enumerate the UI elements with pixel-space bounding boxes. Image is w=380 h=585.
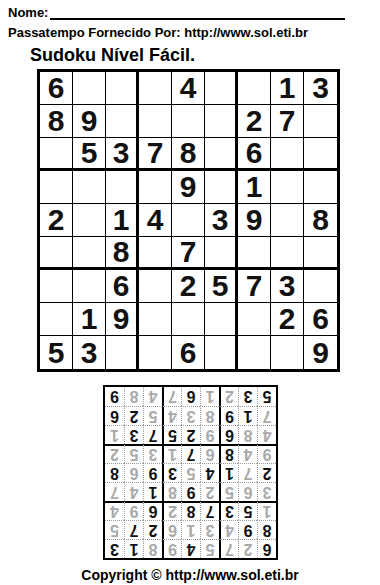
cell-r6c1 (40, 237, 73, 270)
solution-cell-r4c1: 3 (257, 482, 276, 501)
cell-r7c6: 5 (205, 270, 238, 303)
cell-r3c8 (271, 138, 304, 171)
solution-cell-r1c9: 3 (105, 539, 124, 558)
cell-r7c1 (40, 270, 73, 303)
solution-cell-r9c3: 2 (219, 387, 238, 406)
solution-cell-r4c7: 1 (143, 482, 162, 501)
solution-cell-r3c7: 6 (143, 501, 162, 520)
cell-r5c6: 3 (205, 204, 238, 237)
cell-r8c5 (172, 303, 205, 336)
cell-r9c7 (238, 336, 271, 369)
solution-cell-r7c1: 4 (257, 425, 276, 444)
solution-cell-r4c3: 5 (219, 482, 238, 501)
solution-cell-r2c8: 7 (124, 520, 143, 539)
cell-r9c6 (205, 336, 238, 369)
solution-cell-r2c5: 1 (181, 520, 200, 539)
cell-r5c2 (73, 204, 106, 237)
solution-cell-r8c8: 2 (124, 406, 143, 425)
solution-cell-r2c1: 8 (257, 520, 276, 539)
cell-r9c9: 9 (304, 336, 337, 369)
cell-r1c2 (73, 72, 106, 105)
cell-r6c2 (73, 237, 106, 270)
solution-cell-r3c1: 1 (257, 501, 276, 520)
cell-r7c4 (139, 270, 172, 303)
cell-r4c1 (40, 171, 73, 204)
cell-r6c8 (271, 237, 304, 270)
cell-r7c8: 3 (271, 270, 304, 303)
cell-r8c2: 1 (73, 303, 106, 336)
cell-r2c5 (172, 105, 205, 138)
cell-r2c1: 8 (40, 105, 73, 138)
solution-cell-r9c7: 4 (143, 387, 162, 406)
solution-cell-r9c1: 5 (257, 387, 276, 406)
cell-r2c6 (205, 105, 238, 138)
solution-cell-r9c6: 7 (162, 387, 181, 406)
cell-r1c3 (106, 72, 139, 105)
cell-r8c9: 6 (304, 303, 337, 336)
cell-r5c4: 4 (139, 204, 172, 237)
cell-r6c5: 7 (172, 237, 205, 270)
solution-cell-r1c3: 7 (219, 539, 238, 558)
cell-r9c2: 3 (73, 336, 106, 369)
cell-r1c7 (238, 72, 271, 105)
solution-cell-r3c3: 3 (219, 501, 238, 520)
solution-cell-r8c3: 9 (219, 406, 238, 425)
cell-r9c4 (139, 336, 172, 369)
cell-r7c5: 2 (172, 270, 205, 303)
cell-r3c1 (40, 138, 73, 171)
cell-r9c1: 5 (40, 336, 73, 369)
cell-r3c7: 6 (238, 138, 271, 171)
cell-r6c4 (139, 237, 172, 270)
solution-cell-r5c5: 5 (181, 463, 200, 482)
cell-r5c5 (172, 204, 205, 237)
solution-cell-r1c5: 4 (181, 539, 200, 558)
solution-cell-r6c9: 2 (105, 444, 124, 463)
solution-cell-r6c1: 9 (257, 444, 276, 463)
solution-cell-r4c9: 7 (105, 482, 124, 501)
solution-cell-r5c2: 7 (238, 463, 257, 482)
cell-r3c6 (205, 138, 238, 171)
solution-cell-r5c1: 2 (257, 463, 276, 482)
solution-cell-r4c4: 2 (200, 482, 219, 501)
solution-cell-r8c5: 3 (181, 406, 200, 425)
solution-cell-r7c3: 6 (219, 425, 238, 444)
cell-r8c4 (139, 303, 172, 336)
cell-r1c4 (139, 72, 172, 105)
cell-r8c1 (40, 303, 73, 336)
sudoku-worksheet: Nome: Passatempo Fornecido Por: http://w… (0, 0, 380, 585)
solution-cell-r3c9: 4 (105, 501, 124, 520)
cell-r7c2 (73, 270, 106, 303)
solution-cell-r3c5: 8 (181, 501, 200, 520)
cell-r2c2: 9 (73, 105, 106, 138)
cell-r9c3 (106, 336, 139, 369)
solution-cell-r7c9: 1 (105, 425, 124, 444)
solution-cell-r3c6: 2 (162, 501, 181, 520)
solution-cell-r2c3: 4 (219, 520, 238, 539)
provider-line: Passatempo Fornecido Por: http://www.sol… (8, 25, 372, 40)
solution-cell-r5c9: 8 (105, 463, 124, 482)
solution-cell-r9c2: 3 (238, 387, 257, 406)
cell-r6c3: 8 (106, 237, 139, 270)
cell-r4c7: 1 (238, 171, 271, 204)
solution-cell-r7c6: 5 (162, 425, 181, 444)
cell-r7c7: 7 (238, 270, 271, 303)
cell-r1c9: 3 (304, 72, 337, 105)
solution-cell-r8c7: 5 (143, 406, 162, 425)
solution-cell-r5c3: 1 (219, 463, 238, 482)
cell-r7c3: 6 (106, 270, 139, 303)
solution-cell-r5c8: 6 (124, 463, 143, 482)
name-row: Nome: (8, 4, 345, 20)
cell-r8c8: 2 (271, 303, 304, 336)
page-title: Sudoku Nível Fácil. (30, 45, 372, 66)
solution-cell-r7c4: 9 (200, 425, 219, 444)
cell-r2c8: 7 (271, 105, 304, 138)
solution-cell-r4c5: 9 (181, 482, 200, 501)
solution-cell-r6c4: 6 (200, 444, 219, 463)
solution-cell-r1c8: 1 (124, 539, 143, 558)
solution-cell-r1c7: 8 (143, 539, 162, 558)
cell-r5c3: 1 (106, 204, 139, 237)
solution-cell-r9c8: 8 (124, 387, 143, 406)
solution-cell-r9c5: 6 (181, 387, 200, 406)
cell-r3c3: 3 (106, 138, 139, 171)
solution-cell-r8c9: 6 (105, 406, 124, 425)
cell-r8c6 (205, 303, 238, 336)
cell-r9c5: 6 (172, 336, 205, 369)
solution-cell-r4c6: 8 (162, 482, 181, 501)
solution-cell-r2c7: 2 (143, 520, 162, 539)
cell-r1c8: 1 (271, 72, 304, 105)
cell-r4c4 (139, 171, 172, 204)
cell-r4c5: 9 (172, 171, 205, 204)
solution-grid: 6275498138943162751537826943652981472714… (103, 385, 278, 560)
cell-r8c7 (238, 303, 271, 336)
name-label: Nome: (8, 5, 48, 20)
solution-cell-r2c2: 9 (238, 520, 257, 539)
cell-r3c5: 8 (172, 138, 205, 171)
solution-cell-r5c4: 4 (200, 463, 219, 482)
solution-cell-r3c4: 7 (200, 501, 219, 520)
cell-r4c6 (205, 171, 238, 204)
cell-r4c2 (73, 171, 106, 204)
solution-cell-r7c7: 7 (143, 425, 162, 444)
cell-r9c8 (271, 336, 304, 369)
cell-r4c9 (304, 171, 337, 204)
solution-cell-r2c6: 6 (162, 520, 181, 539)
cell-r2c3 (106, 105, 139, 138)
cell-r5c1: 2 (40, 204, 73, 237)
solution-cell-r3c2: 5 (238, 501, 257, 520)
solution-cell-r5c7: 9 (143, 463, 162, 482)
cell-r7c9 (304, 270, 337, 303)
solution-cell-r5c6: 3 (162, 463, 181, 482)
worksheet-header: Nome: Passatempo Fornecido Por: http://w… (0, 0, 380, 66)
cell-r6c9 (304, 237, 337, 270)
solution-cell-r1c6: 9 (162, 539, 181, 558)
cell-r3c4: 7 (139, 138, 172, 171)
cell-r4c8 (271, 171, 304, 204)
solution-cell-r6c8: 5 (124, 444, 143, 463)
solution-cell-r9c9: 9 (105, 387, 124, 406)
solution-cell-r8c6: 4 (162, 406, 181, 425)
solution-cell-r8c1: 7 (257, 406, 276, 425)
name-underline (50, 5, 345, 20)
solution-cell-r4c2: 6 (238, 482, 257, 501)
cell-r1c5: 4 (172, 72, 205, 105)
cell-r3c2: 5 (73, 138, 106, 171)
solution-cell-r8c2: 1 (238, 406, 257, 425)
solution-cell-r1c2: 2 (238, 539, 257, 558)
cell-r3c9 (304, 138, 337, 171)
cell-r2c9 (304, 105, 337, 138)
solution-cell-r9c4: 1 (200, 387, 219, 406)
solution-cell-r2c4: 3 (200, 520, 219, 539)
solution-cell-r6c7: 3 (143, 444, 162, 463)
solution-cell-r7c5: 2 (181, 425, 200, 444)
cell-r6c7 (238, 237, 271, 270)
solution-cell-r2c9: 5 (105, 520, 124, 539)
solution-cell-r7c2: 8 (238, 425, 257, 444)
cell-r1c1: 6 (40, 72, 73, 105)
cell-r5c8 (271, 204, 304, 237)
cell-r6c6 (205, 237, 238, 270)
sudoku-grid: 641389275378691214398876257319265369 (37, 69, 340, 372)
solution-cell-r6c5: 7 (181, 444, 200, 463)
solution-cell-r1c1: 6 (257, 539, 276, 558)
cell-r5c7: 9 (238, 204, 271, 237)
solution-cell-r7c8: 3 (124, 425, 143, 444)
copyright-line: Copyright © http://www.sol.eti.br (0, 567, 380, 583)
solution-cell-r1c4: 5 (200, 539, 219, 558)
solution-cell-r8c4: 8 (200, 406, 219, 425)
solution-cell-r6c2: 4 (238, 444, 257, 463)
cell-r4c3 (106, 171, 139, 204)
cell-r2c7: 2 (238, 105, 271, 138)
solution-cell-r6c6: 1 (162, 444, 181, 463)
cell-r5c9: 8 (304, 204, 337, 237)
solution-cell-r3c8: 9 (124, 501, 143, 520)
solution-cell-r6c3: 8 (219, 444, 238, 463)
cell-r2c4 (139, 105, 172, 138)
solution-cell-r4c8: 4 (124, 482, 143, 501)
cell-r1c6 (205, 72, 238, 105)
cell-r8c3: 9 (106, 303, 139, 336)
